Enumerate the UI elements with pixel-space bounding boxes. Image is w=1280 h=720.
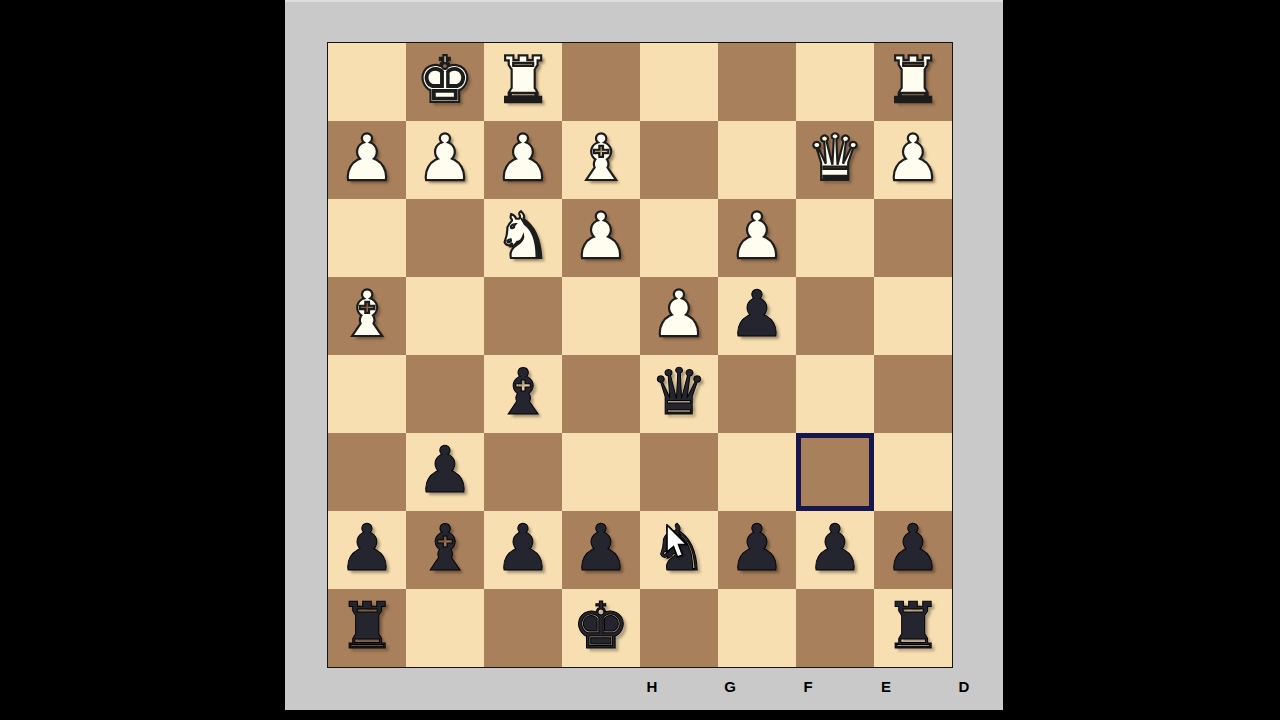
square-g3[interactable] (406, 199, 484, 277)
square-a7[interactable]: ♟ (874, 511, 952, 589)
square-f6[interactable] (484, 433, 562, 511)
square-e8[interactable]: ♚ (562, 589, 640, 667)
square-g1[interactable]: ♚ (406, 43, 484, 121)
square-e4[interactable] (562, 277, 640, 355)
black-pawn[interactable]: ♟ (406, 433, 484, 511)
white-rook[interactable]: ♜ (484, 43, 562, 121)
square-g4[interactable] (406, 277, 484, 355)
square-c4[interactable]: ♟ (718, 277, 796, 355)
square-b5[interactable] (796, 355, 874, 433)
mouse-cursor-icon (665, 524, 689, 560)
square-c2[interactable] (718, 121, 796, 199)
file-label-f: F (769, 678, 847, 698)
white-bishop[interactable]: ♝ (328, 277, 406, 355)
square-d2[interactable] (640, 121, 718, 199)
file-label-c: C (1003, 678, 1081, 698)
video-frame: { "game": "chess", "position": { "fen": … (0, 0, 1280, 720)
square-b4[interactable] (796, 277, 874, 355)
square-d8[interactable] (640, 589, 718, 667)
white-queen[interactable]: ♛ (796, 121, 874, 199)
square-d1[interactable] (640, 43, 718, 121)
square-e7[interactable]: ♟ (562, 511, 640, 589)
white-pawn[interactable]: ♟ (562, 199, 640, 277)
square-b2[interactable]: ♛ (796, 121, 874, 199)
square-g7[interactable]: ♝ (406, 511, 484, 589)
black-rook[interactable]: ♜ (328, 589, 406, 667)
black-queen[interactable]: ♛ (640, 355, 718, 433)
square-b6-highlighted[interactable] (796, 433, 874, 511)
black-bishop[interactable]: ♝ (484, 355, 562, 433)
square-a2[interactable]: ♟ (874, 121, 952, 199)
square-f7[interactable]: ♟ (484, 511, 562, 589)
square-c8[interactable] (718, 589, 796, 667)
square-a3[interactable] (874, 199, 952, 277)
square-h7[interactable]: ♟ (328, 511, 406, 589)
square-h4[interactable]: ♝ (328, 277, 406, 355)
square-g2[interactable]: ♟ (406, 121, 484, 199)
square-e6[interactable] (562, 433, 640, 511)
white-king[interactable]: ♚ (406, 43, 484, 121)
square-d3[interactable] (640, 199, 718, 277)
white-pawn[interactable]: ♟ (484, 121, 562, 199)
square-d6[interactable] (640, 433, 718, 511)
file-label-a: A (1159, 678, 1237, 698)
square-a5[interactable] (874, 355, 952, 433)
square-h3[interactable] (328, 199, 406, 277)
square-b3[interactable] (796, 199, 874, 277)
black-pawn[interactable]: ♟ (718, 511, 796, 589)
file-label-e: E (847, 678, 925, 698)
square-e3[interactable]: ♟ (562, 199, 640, 277)
black-pawn[interactable]: ♟ (718, 277, 796, 355)
square-h6[interactable] (328, 433, 406, 511)
square-f5[interactable]: ♝ (484, 355, 562, 433)
white-pawn[interactable]: ♟ (718, 199, 796, 277)
square-c6[interactable] (718, 433, 796, 511)
square-g6[interactable]: ♟ (406, 433, 484, 511)
square-f2[interactable]: ♟ (484, 121, 562, 199)
square-h5[interactable] (328, 355, 406, 433)
square-b7[interactable]: ♟ (796, 511, 874, 589)
square-b1[interactable] (796, 43, 874, 121)
black-pawn[interactable]: ♟ (562, 511, 640, 589)
chess-board[interactable]: ♚♜♜♟♟♟♝♛♟♞♟♟♝♟♟♝♛♟♟♝♟♟♞♟♟♟♜♚♜ (327, 42, 953, 668)
file-label-b: B (1081, 678, 1159, 698)
square-c1[interactable] (718, 43, 796, 121)
black-king[interactable]: ♚ (562, 589, 640, 667)
square-e5[interactable] (562, 355, 640, 433)
white-pawn[interactable]: ♟ (328, 121, 406, 199)
file-label-d: D (925, 678, 1003, 698)
square-c5[interactable] (718, 355, 796, 433)
square-e2[interactable]: ♝ (562, 121, 640, 199)
white-bishop[interactable]: ♝ (562, 121, 640, 199)
white-rook[interactable]: ♜ (874, 43, 952, 121)
square-f4[interactable] (484, 277, 562, 355)
black-pawn[interactable]: ♟ (796, 511, 874, 589)
white-pawn[interactable]: ♟ (874, 121, 952, 199)
square-h8[interactable]: ♜ (328, 589, 406, 667)
black-bishop[interactable]: ♝ (406, 511, 484, 589)
file-label-h: H (613, 678, 691, 698)
black-rook[interactable]: ♜ (874, 589, 952, 667)
square-f3[interactable]: ♞ (484, 199, 562, 277)
square-f8[interactable] (484, 589, 562, 667)
white-pawn[interactable]: ♟ (640, 277, 718, 355)
square-g5[interactable] (406, 355, 484, 433)
square-d5[interactable]: ♛ (640, 355, 718, 433)
square-c3[interactable]: ♟ (718, 199, 796, 277)
square-h2[interactable]: ♟ (328, 121, 406, 199)
black-pawn[interactable]: ♟ (484, 511, 562, 589)
square-e1[interactable] (562, 43, 640, 121)
square-c7[interactable]: ♟ (718, 511, 796, 589)
square-a8[interactable]: ♜ (874, 589, 952, 667)
square-h1[interactable] (328, 43, 406, 121)
white-pawn[interactable]: ♟ (406, 121, 484, 199)
white-knight[interactable]: ♞ (484, 199, 562, 277)
square-d4[interactable]: ♟ (640, 277, 718, 355)
square-a6[interactable] (874, 433, 952, 511)
square-a1[interactable]: ♜ (874, 43, 952, 121)
square-f1[interactable]: ♜ (484, 43, 562, 121)
square-g8[interactable] (406, 589, 484, 667)
square-a4[interactable] (874, 277, 952, 355)
file-label-g: G (691, 678, 769, 698)
black-pawn[interactable]: ♟ (874, 511, 952, 589)
black-pawn[interactable]: ♟ (328, 511, 406, 589)
square-b8[interactable] (796, 589, 874, 667)
